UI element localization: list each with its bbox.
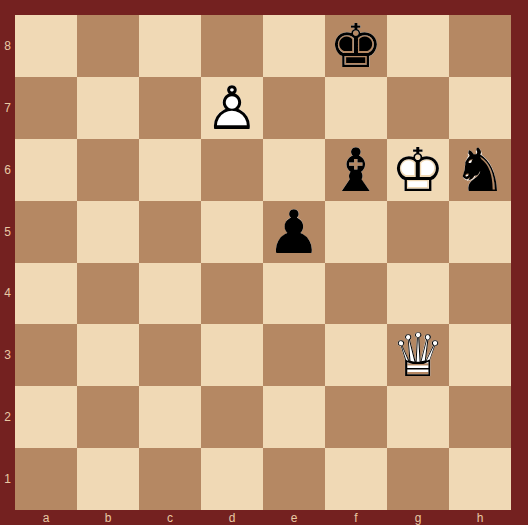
- square-d7[interactable]: ♟♙: [201, 77, 263, 139]
- square-c2[interactable]: [139, 386, 201, 448]
- rank-label-8: 8: [0, 15, 15, 77]
- square-d1[interactable]: [201, 448, 263, 510]
- square-a8[interactable]: [15, 15, 77, 77]
- square-h5[interactable]: [449, 201, 511, 263]
- square-g3[interactable]: ♛♕: [387, 324, 449, 386]
- piece-black-knight[interactable]: ♘♞: [453, 140, 507, 200]
- square-b3[interactable]: [77, 324, 139, 386]
- square-f7[interactable]: [325, 77, 387, 139]
- square-g4[interactable]: [387, 263, 449, 325]
- rank-labels: 87654321: [0, 15, 15, 510]
- square-e6[interactable]: [263, 139, 325, 201]
- square-h7[interactable]: [449, 77, 511, 139]
- piece-black-bishop[interactable]: ♗♝: [329, 140, 383, 200]
- file-label-d: d: [201, 510, 263, 525]
- file-label-e: e: [263, 510, 325, 525]
- black-knight-detail: ♞: [453, 140, 507, 200]
- square-e5[interactable]: ♙♟: [263, 201, 325, 263]
- square-b8[interactable]: [77, 15, 139, 77]
- white-queen-detail: ♕: [391, 325, 445, 385]
- chess-board: ♔♚♟♙♗♝♚♔♘♞♙♟♛♕: [15, 15, 511, 510]
- black-bishop-detail: ♝: [329, 140, 383, 200]
- rank-label-4: 4: [0, 263, 15, 325]
- square-a7[interactable]: [15, 77, 77, 139]
- square-g8[interactable]: [387, 15, 449, 77]
- square-e4[interactable]: [263, 263, 325, 325]
- square-e8[interactable]: [263, 15, 325, 77]
- file-labels: abcdefgh: [15, 510, 511, 525]
- rank-label-6: 6: [0, 139, 15, 201]
- square-a3[interactable]: [15, 324, 77, 386]
- file-label-g: g: [387, 510, 449, 525]
- square-h8[interactable]: [449, 15, 511, 77]
- file-label-h: h: [449, 510, 511, 525]
- square-d8[interactable]: [201, 15, 263, 77]
- square-h3[interactable]: [449, 324, 511, 386]
- square-f4[interactable]: [325, 263, 387, 325]
- square-h6[interactable]: ♘♞: [449, 139, 511, 201]
- square-e7[interactable]: [263, 77, 325, 139]
- square-a2[interactable]: [15, 386, 77, 448]
- square-d4[interactable]: [201, 263, 263, 325]
- square-d5[interactable]: [201, 201, 263, 263]
- square-g6[interactable]: ♚♔: [387, 139, 449, 201]
- file-label-c: c: [139, 510, 201, 525]
- piece-white-queen[interactable]: ♛♕: [391, 325, 445, 385]
- square-c1[interactable]: [139, 448, 201, 510]
- square-g2[interactable]: [387, 386, 449, 448]
- square-h2[interactable]: [449, 386, 511, 448]
- square-d6[interactable]: [201, 139, 263, 201]
- square-h1[interactable]: [449, 448, 511, 510]
- square-a1[interactable]: [15, 448, 77, 510]
- square-f6[interactable]: ♗♝: [325, 139, 387, 201]
- square-b7[interactable]: [77, 77, 139, 139]
- square-c4[interactable]: [139, 263, 201, 325]
- rank-label-2: 2: [0, 386, 15, 448]
- square-a6[interactable]: [15, 139, 77, 201]
- square-f5[interactable]: [325, 201, 387, 263]
- square-f2[interactable]: [325, 386, 387, 448]
- square-e3[interactable]: [263, 324, 325, 386]
- square-h4[interactable]: [449, 263, 511, 325]
- piece-black-king[interactable]: ♔♚: [329, 16, 383, 76]
- white-king-detail: ♔: [391, 140, 445, 200]
- square-b1[interactable]: [77, 448, 139, 510]
- square-e2[interactable]: [263, 386, 325, 448]
- rank-label-1: 1: [0, 448, 15, 510]
- piece-black-pawn[interactable]: ♙♟: [267, 202, 321, 262]
- piece-white-king[interactable]: ♚♔: [391, 140, 445, 200]
- square-d3[interactable]: [201, 324, 263, 386]
- square-b4[interactable]: [77, 263, 139, 325]
- square-c5[interactable]: [139, 201, 201, 263]
- square-g7[interactable]: [387, 77, 449, 139]
- rank-label-3: 3: [0, 324, 15, 386]
- square-f3[interactable]: [325, 324, 387, 386]
- square-c8[interactable]: [139, 15, 201, 77]
- black-pawn-detail: ♟: [267, 202, 321, 262]
- square-a4[interactable]: [15, 263, 77, 325]
- square-c3[interactable]: [139, 324, 201, 386]
- square-g1[interactable]: [387, 448, 449, 510]
- square-g5[interactable]: [387, 201, 449, 263]
- square-d2[interactable]: [201, 386, 263, 448]
- square-f8[interactable]: ♔♚: [325, 15, 387, 77]
- square-b2[interactable]: [77, 386, 139, 448]
- square-a5[interactable]: [15, 201, 77, 263]
- black-king-detail: ♚: [329, 16, 383, 76]
- square-c6[interactable]: [139, 139, 201, 201]
- square-c7[interactable]: [139, 77, 201, 139]
- file-label-b: b: [77, 510, 139, 525]
- square-e1[interactable]: [263, 448, 325, 510]
- rank-label-7: 7: [0, 77, 15, 139]
- chess-diagram: 87654321 ♔♚♟♙♗♝♚♔♘♞♙♟♛♕ abcdefgh: [0, 0, 528, 525]
- file-label-f: f: [325, 510, 387, 525]
- rank-label-5: 5: [0, 201, 15, 263]
- square-f1[interactable]: [325, 448, 387, 510]
- square-b5[interactable]: [77, 201, 139, 263]
- white-pawn-detail: ♙: [205, 78, 259, 138]
- file-label-a: a: [15, 510, 77, 525]
- square-b6[interactable]: [77, 139, 139, 201]
- piece-white-pawn[interactable]: ♟♙: [205, 78, 259, 138]
